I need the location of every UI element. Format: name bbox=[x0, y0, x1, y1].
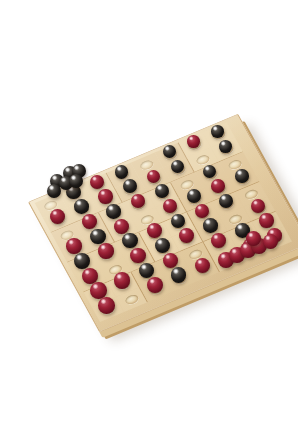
red-marble[interactable] bbox=[131, 194, 145, 208]
red-marble[interactable] bbox=[114, 272, 130, 288]
black-marble[interactable] bbox=[211, 125, 224, 138]
red-marble[interactable] bbox=[114, 219, 129, 234]
red-marble[interactable] bbox=[211, 233, 226, 248]
red-marble[interactable] bbox=[147, 223, 162, 238]
red-marble[interactable] bbox=[195, 258, 211, 274]
red-marble[interactable] bbox=[66, 238, 82, 254]
black-marble[interactable] bbox=[235, 169, 248, 182]
marble-layer bbox=[0, 0, 298, 448]
pile-black-marble[interactable] bbox=[47, 184, 61, 198]
red-marble[interactable] bbox=[259, 213, 273, 227]
pile-red-marble[interactable] bbox=[263, 234, 278, 249]
red-marble[interactable] bbox=[130, 248, 146, 264]
red-marble[interactable] bbox=[147, 277, 163, 293]
red-marble[interactable] bbox=[195, 204, 209, 218]
black-marble[interactable] bbox=[203, 165, 216, 178]
red-marble[interactable] bbox=[98, 297, 115, 314]
red-marble[interactable] bbox=[163, 199, 177, 213]
black-marble[interactable] bbox=[219, 140, 232, 153]
red-marble[interactable] bbox=[98, 189, 112, 203]
black-marble[interactable] bbox=[139, 263, 155, 279]
red-marble[interactable] bbox=[211, 179, 225, 193]
pile-red-marble[interactable] bbox=[246, 231, 261, 246]
black-marble[interactable] bbox=[171, 214, 186, 229]
red-marble[interactable] bbox=[179, 228, 194, 243]
red-marble[interactable] bbox=[251, 199, 265, 213]
red-marble[interactable] bbox=[50, 209, 65, 224]
black-marble[interactable] bbox=[187, 189, 201, 203]
black-marble[interactable] bbox=[106, 204, 121, 219]
black-marble[interactable] bbox=[155, 184, 169, 198]
black-marble[interactable] bbox=[163, 145, 176, 158]
black-marble[interactable] bbox=[203, 218, 218, 233]
black-marble[interactable] bbox=[171, 160, 184, 173]
black-marble[interactable] bbox=[74, 199, 89, 214]
black-marble[interactable] bbox=[115, 165, 129, 179]
red-marble[interactable] bbox=[163, 253, 179, 269]
red-marble[interactable] bbox=[90, 175, 104, 189]
black-marble[interactable] bbox=[155, 238, 170, 253]
pile-black-marble[interactable] bbox=[69, 174, 83, 188]
black-marble[interactable] bbox=[171, 267, 187, 283]
product-photo-scene bbox=[0, 0, 298, 448]
black-marble[interactable] bbox=[123, 179, 137, 193]
black-marble[interactable] bbox=[219, 194, 233, 208]
red-marble[interactable] bbox=[147, 170, 161, 184]
red-marble[interactable] bbox=[82, 214, 97, 229]
black-marble[interactable] bbox=[90, 229, 105, 244]
red-marble[interactable] bbox=[187, 135, 200, 148]
red-marble[interactable] bbox=[82, 268, 98, 284]
red-marble[interactable] bbox=[98, 243, 114, 259]
black-marble[interactable] bbox=[122, 233, 137, 248]
black-marble[interactable] bbox=[74, 253, 90, 269]
